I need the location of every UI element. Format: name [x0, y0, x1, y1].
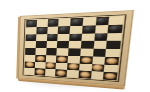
black-piece[interactable]	[71, 19, 82, 26]
square-c1[interactable]	[45, 69, 56, 76]
black-piece[interactable]	[48, 20, 58, 26]
square-h1[interactable]	[103, 72, 117, 80]
square-h6[interactable]	[107, 33, 122, 41]
wood-piece[interactable]	[36, 55, 45, 61]
square-e7[interactable]	[70, 26, 83, 34]
board-face	[18, 10, 134, 86]
square-c6[interactable]	[46, 34, 58, 41]
square-f7[interactable]	[82, 25, 95, 33]
square-f6[interactable]	[81, 33, 94, 41]
square-e1[interactable]	[67, 70, 79, 78]
square-f1[interactable]	[78, 71, 91, 79]
square-g1[interactable]	[90, 71, 104, 79]
black-piece[interactable]	[109, 25, 121, 32]
square-b1[interactable]	[34, 68, 45, 75]
square-e6[interactable]	[69, 33, 82, 41]
wood-piece[interactable]	[92, 65, 103, 72]
black-piece[interactable]	[96, 17, 108, 24]
square-g6[interactable]	[94, 33, 108, 41]
black-piece[interactable]	[95, 34, 107, 41]
square-e5[interactable]	[69, 41, 82, 49]
black-piece[interactable]	[83, 26, 94, 33]
board-grid	[24, 16, 123, 80]
square-a6[interactable]	[26, 34, 37, 41]
checkers-board-photo	[0, 0, 150, 92]
wood-piece[interactable]	[104, 73, 116, 80]
wood-piece[interactable]	[46, 63, 55, 69]
square-d1[interactable]	[55, 69, 67, 77]
wood-piece[interactable]	[68, 64, 78, 70]
black-piece[interactable]	[59, 27, 69, 33]
black-piece[interactable]	[27, 20, 36, 26]
square-h7[interactable]	[108, 24, 123, 33]
square-f5[interactable]	[81, 41, 94, 49]
black-piece[interactable]	[37, 27, 46, 33]
square-g7[interactable]	[95, 25, 109, 33]
wood-piece[interactable]	[81, 57, 92, 63]
wood-piece[interactable]	[79, 71, 90, 78]
wood-piece[interactable]	[35, 69, 44, 75]
black-piece[interactable]	[70, 34, 80, 40]
square-h5[interactable]	[106, 41, 121, 49]
square-g5[interactable]	[93, 41, 107, 49]
black-piece[interactable]	[47, 34, 56, 40]
wood-piece[interactable]	[26, 62, 34, 68]
wood-piece[interactable]	[57, 56, 67, 62]
square-b6[interactable]	[36, 34, 47, 41]
black-piece[interactable]	[27, 35, 36, 41]
square-d6[interactable]	[58, 34, 70, 41]
square-a1[interactable]	[24, 68, 34, 75]
wood-piece[interactable]	[56, 70, 66, 76]
wood-piece[interactable]	[106, 57, 118, 64]
checkers-board	[18, 10, 134, 86]
